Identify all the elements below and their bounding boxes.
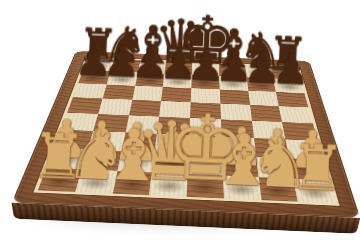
piece-shadow [245,68,272,77]
square-f3 [221,136,255,156]
piece-shadow [76,175,115,191]
piece-shadow [165,64,192,73]
square-h1: ♜ [294,179,336,204]
square-a5 [67,97,102,114]
square-a7: ♟ [78,70,110,84]
piece-shadow [272,69,300,78]
square-f1: ♝ [223,176,261,200]
square-b6 [102,84,134,99]
square-b7: ♟ [107,71,138,85]
square-f5 [220,104,251,121]
square-a2: ♟ [46,148,87,170]
square-f6 [220,89,250,105]
board-frame: ♜♞♝♛♚♝♞♜♟♟♟♟♟♟♟♟♟♟♟♟♟♟♟♟♜♞♝♛♚♝♞♜ [12,51,360,218]
square-d8: ♛ [165,61,193,74]
chess-board: ♜♞♝♛♚♝♞♜♟♟♟♟♟♟♟♟♟♟♟♟♟♟♟♟♜♞♝♛♚♝♞♜ [38,58,335,203]
square-c6 [132,86,163,102]
square-h7: ♟ [273,78,304,93]
piece-shadow [192,66,218,75]
square-g3 [253,138,289,158]
square-a1: ♜ [38,168,82,192]
square-d5 [159,101,190,118]
piece-shadow [107,74,136,84]
square-b8: ♞ [110,59,140,72]
piece-shadow [79,73,109,83]
piece-shadow [135,76,164,86]
square-g5 [250,105,283,122]
square-c7: ♟ [135,72,165,86]
square-g6 [248,91,279,107]
piece-shadow [153,157,188,172]
square-e4 [189,118,221,136]
square-c4 [125,115,159,133]
square-h6 [276,92,308,108]
square-d1: ♛ [149,173,187,197]
square-g7: ♟ [246,77,276,92]
piece-shadow [295,184,334,201]
square-h4 [282,122,318,141]
square-e1: ♚ [187,174,224,198]
piece-shadow [150,178,187,194]
square-e6 [191,88,220,104]
piece-shadow [219,67,246,76]
board-maple-border: ♜♞♝♛♚♝♞♜♟♟♟♟♟♟♟♟♟♟♟♟♟♟♟♟♜♞♝♛♚♝♞♜ [33,57,339,206]
product-photo-scene: ♜♞♝♛♚♝♞♜♟♟♟♟♟♟♟♟♟♟♟♟♟♟♟♟♜♞♝♛♚♝♞♜ [0,0,360,247]
piece-shadow [164,77,192,87]
square-c2: ♟ [117,151,155,173]
square-h8: ♜ [271,66,301,80]
square-g2: ♟ [256,157,294,179]
piece-shadow [291,163,328,178]
square-b1: ♞ [75,170,117,194]
square-e5 [190,102,221,119]
piece-shadow [223,160,258,175]
piece-shadow [224,181,261,197]
square-d6 [161,87,191,103]
piece-shadow [39,173,79,189]
piece-shadow [47,153,85,168]
piece-shadow [111,62,139,71]
square-a4 [61,113,98,131]
square-g4 [251,121,285,140]
piece-shadow [187,180,223,196]
board-3d: ♜♞♝♛♚♝♞♜♟♟♟♟♟♟♟♟♟♟♟♟♟♟♟♟♜♞♝♛♚♝♞♜ [12,51,360,218]
piece-shadow [118,156,154,171]
square-f8: ♝ [219,64,247,77]
square-d7: ♟ [163,74,192,88]
square-h5 [279,106,313,123]
square-c8: ♝ [138,60,167,73]
square-b2: ♟ [82,149,122,171]
square-f7: ♟ [219,76,248,91]
piece-shadow [259,183,297,200]
square-f4 [221,119,254,137]
square-e3 [188,135,222,155]
square-b4 [93,114,129,132]
square-d4 [157,117,190,135]
square-d3 [155,134,189,154]
square-b3 [88,131,126,151]
square-e2: ♟ [188,154,223,176]
square-c1: ♝ [112,171,152,195]
piece-shadow [138,63,165,72]
square-g1: ♞ [258,177,298,201]
board-perspective-wrapper: ♜♞♝♛♚♝♞♜♟♟♟♟♟♟♟♟♟♟♟♟♟♟♟♟♜♞♝♛♚♝♞♜ [44,0,336,247]
square-a8: ♜ [83,58,114,71]
piece-shadow [274,82,303,92]
piece-shadow [84,61,113,70]
square-a6 [73,83,107,98]
piece-shadow [83,154,120,169]
piece-shadow [257,162,293,177]
square-b5 [98,99,132,116]
square-f2: ♟ [222,155,258,177]
square-h2: ♟ [289,158,328,180]
square-c3 [121,132,157,152]
piece-shadow [192,78,219,88]
square-d2: ♟ [152,152,188,174]
square-c5 [129,100,162,117]
square-a3 [54,129,93,149]
piece-shadow [247,80,276,90]
piece-shadow [113,177,151,193]
square-e8: ♚ [192,63,219,76]
piece-shadow [188,159,222,174]
square-e7: ♟ [191,75,219,89]
square-h3 [286,139,323,159]
piece-shadow [220,79,248,89]
